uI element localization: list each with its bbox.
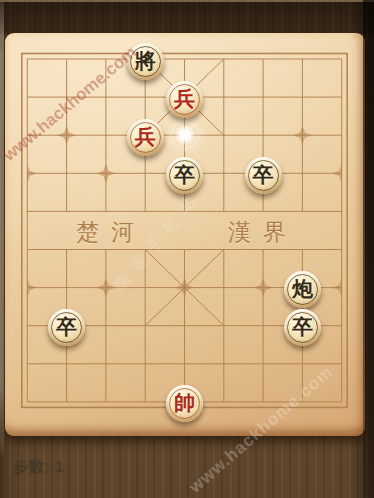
- top-edge-highlight: [0, 0, 374, 2]
- piece-red-soldier-1[interactable]: 兵: [166, 81, 203, 118]
- piece-black-soldier-1[interactable]: 卒: [166, 157, 203, 194]
- piece-black-soldier-4[interactable]: 卒: [284, 309, 321, 346]
- piece-character: 卒: [56, 317, 77, 338]
- piece-character: 兵: [174, 89, 195, 110]
- piece-red-soldier-2[interactable]: 兵: [127, 119, 164, 156]
- move-counter: 步数: 1: [13, 457, 65, 476]
- piece-black-general[interactable]: 將: [127, 43, 164, 80]
- piece-black-cannon[interactable]: 炮: [284, 271, 321, 308]
- piece-black-soldier-3[interactable]: 卒: [48, 309, 85, 346]
- piece-character: 帥: [174, 393, 195, 414]
- piece-character: 將: [135, 51, 156, 72]
- river-label-right: 漢界: [216, 217, 298, 248]
- top-wood-band: [0, 0, 374, 34]
- piece-character: 卒: [253, 165, 274, 186]
- river-label-left: 楚河: [64, 217, 146, 248]
- piece-character: 卒: [292, 317, 313, 338]
- left-edge-highlight: [0, 2, 4, 454]
- xiangqi-board[interactable]: 楚河 漢界 將兵兵卒卒炮卒卒帥: [5, 33, 365, 436]
- piece-character: 炮: [292, 279, 313, 300]
- piece-character: 兵: [135, 127, 156, 148]
- piece-black-soldier-2[interactable]: 卒: [245, 157, 282, 194]
- piece-character: 卒: [174, 165, 195, 186]
